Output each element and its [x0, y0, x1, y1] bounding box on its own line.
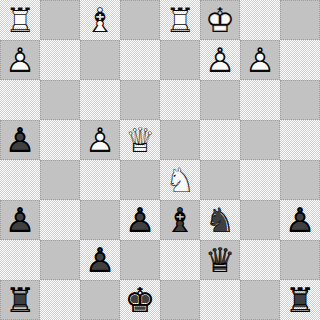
piece-white-pawn[interactable]: ♟♙: [200, 40, 240, 80]
square-d5[interactable]: ♛♕: [120, 120, 160, 160]
piece-black-rook[interactable]: ♜♖: [1, 281, 39, 319]
square-d3[interactable]: ♟♙: [120, 200, 160, 240]
square-e4[interactable]: ♞♘: [160, 160, 200, 200]
square-e8[interactable]: ♜♖: [160, 0, 200, 40]
square-f5[interactable]: [200, 120, 240, 160]
square-g4[interactable]: [240, 160, 280, 200]
square-f1[interactable]: [200, 280, 240, 320]
square-a8[interactable]: ♜♖: [0, 0, 40, 40]
square-f2[interactable]: ♛♕: [200, 240, 240, 280]
square-h4[interactable]: [280, 160, 320, 200]
black-king-outline-icon: ♔: [120, 280, 160, 320]
square-g1[interactable]: [240, 280, 280, 320]
white-rook-outline-icon: ♖: [160, 0, 200, 40]
square-f8[interactable]: ♚♔: [200, 0, 240, 40]
square-d4[interactable]: [120, 160, 160, 200]
black-rook-outline-icon: ♖: [1, 281, 39, 319]
black-pawn-outline-icon: ♙: [280, 200, 320, 240]
square-h6[interactable]: [280, 80, 320, 120]
square-a2[interactable]: [0, 240, 40, 280]
piece-white-pawn[interactable]: ♟♙: [1, 41, 39, 79]
square-f3[interactable]: ♞♘: [200, 200, 240, 240]
white-rook-outline-icon: ♖: [0, 0, 40, 40]
square-g7[interactable]: ♟♙: [240, 40, 280, 80]
square-d7[interactable]: [120, 40, 160, 80]
square-a7[interactable]: ♟♙: [0, 40, 40, 80]
piece-black-pawn[interactable]: ♟♙: [1, 121, 39, 159]
square-f4[interactable]: [200, 160, 240, 200]
square-f6[interactable]: [200, 80, 240, 120]
square-h1[interactable]: ♜♖: [280, 280, 320, 320]
square-b4[interactable]: [40, 160, 80, 200]
white-pawn-outline-icon: ♙: [241, 41, 279, 79]
square-b1[interactable]: [40, 280, 80, 320]
square-b8[interactable]: [40, 0, 80, 40]
piece-black-bishop[interactable]: ♝♗: [161, 201, 199, 239]
square-e1[interactable]: [160, 280, 200, 320]
black-knight-outline-icon: ♘: [200, 200, 240, 240]
square-d6[interactable]: [120, 80, 160, 120]
square-g8[interactable]: [240, 0, 280, 40]
white-king-outline-icon: ♔: [201, 1, 239, 39]
square-c7[interactable]: [80, 40, 120, 80]
white-bishop-outline-icon: ♗: [80, 0, 120, 40]
square-e7[interactable]: [160, 40, 200, 80]
square-a6[interactable]: [0, 80, 40, 120]
piece-black-pawn[interactable]: ♟♙: [280, 200, 320, 240]
white-queen-outline-icon: ♕: [120, 120, 160, 160]
square-c2[interactable]: ♟♙: [80, 240, 120, 280]
square-g2[interactable]: [240, 240, 280, 280]
white-pawn-outline-icon: ♙: [200, 40, 240, 80]
square-c1[interactable]: [80, 280, 120, 320]
black-rook-outline-icon: ♖: [280, 280, 320, 320]
black-pawn-outline-icon: ♙: [1, 201, 39, 239]
white-pawn-outline-icon: ♙: [81, 121, 119, 159]
square-b5[interactable]: [40, 120, 80, 160]
white-knight-outline-icon: ♘: [160, 160, 200, 200]
white-pawn-outline-icon: ♙: [1, 41, 39, 79]
square-b2[interactable]: [40, 240, 80, 280]
piece-white-king[interactable]: ♚♔: [201, 1, 239, 39]
square-g3[interactable]: [240, 200, 280, 240]
square-c4[interactable]: [80, 160, 120, 200]
piece-black-king[interactable]: ♚♔: [120, 280, 160, 320]
chess-board: ♜♖♝♗♜♖♚♔♟♙♟♙♟♙♟♙♟♙♛♕♞♘♟♙♟♙♝♗♞♘♟♙♟♙♛♕♜♖♚♔…: [0, 0, 320, 320]
square-a3[interactable]: ♟♙: [0, 200, 40, 240]
piece-white-queen[interactable]: ♛♕: [120, 120, 160, 160]
black-pawn-outline-icon: ♙: [120, 200, 160, 240]
square-e5[interactable]: [160, 120, 200, 160]
square-b7[interactable]: [40, 40, 80, 80]
piece-white-bishop[interactable]: ♝♗: [80, 0, 120, 40]
piece-white-rook[interactable]: ♜♖: [0, 0, 40, 40]
black-pawn-outline-icon: ♙: [80, 240, 120, 280]
square-h5[interactable]: [280, 120, 320, 160]
square-h8[interactable]: [280, 0, 320, 40]
square-d8[interactable]: [120, 0, 160, 40]
square-a1[interactable]: ♜♖: [0, 280, 40, 320]
square-h3[interactable]: ♟♙: [280, 200, 320, 240]
square-b3[interactable]: [40, 200, 80, 240]
piece-black-rook[interactable]: ♜♖: [280, 280, 320, 320]
square-h7[interactable]: [280, 40, 320, 80]
square-a5[interactable]: ♟♙: [0, 120, 40, 160]
black-queen-outline-icon: ♕: [201, 241, 239, 279]
square-g6[interactable]: [240, 80, 280, 120]
black-pawn-outline-icon: ♙: [1, 121, 39, 159]
square-e6[interactable]: [160, 80, 200, 120]
piece-white-pawn[interactable]: ♟♙: [241, 41, 279, 79]
piece-white-pawn[interactable]: ♟♙: [81, 121, 119, 159]
piece-black-queen[interactable]: ♛♕: [201, 241, 239, 279]
square-f7[interactable]: ♟♙: [200, 40, 240, 80]
square-e2[interactable]: [160, 240, 200, 280]
piece-black-pawn[interactable]: ♟♙: [1, 201, 39, 239]
piece-black-pawn[interactable]: ♟♙: [80, 240, 120, 280]
square-d1[interactable]: ♚♔: [120, 280, 160, 320]
square-e3[interactable]: ♝♗: [160, 200, 200, 240]
square-b6[interactable]: [40, 80, 80, 120]
piece-white-knight[interactable]: ♞♘: [160, 160, 200, 200]
square-c3[interactable]: [80, 200, 120, 240]
square-c6[interactable]: [80, 80, 120, 120]
piece-black-pawn[interactable]: ♟♙: [120, 200, 160, 240]
square-c8[interactable]: ♝♗: [80, 0, 120, 40]
square-a4[interactable]: [0, 160, 40, 200]
square-h2[interactable]: [280, 240, 320, 280]
piece-black-knight[interactable]: ♞♘: [200, 200, 240, 240]
square-g5[interactable]: [240, 120, 280, 160]
square-d2[interactable]: [120, 240, 160, 280]
square-c5[interactable]: ♟♙: [80, 120, 120, 160]
black-bishop-outline-icon: ♗: [161, 201, 199, 239]
piece-white-rook[interactable]: ♜♖: [160, 0, 200, 40]
